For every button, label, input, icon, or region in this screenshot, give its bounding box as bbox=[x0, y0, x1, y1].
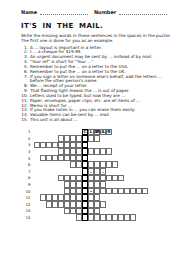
grid-row-number-8: 8 bbox=[21, 175, 34, 182]
number-label: Number bbox=[94, 9, 116, 15]
grid-cell-r2-c11[interactable] bbox=[94, 135, 100, 142]
grid-cell-r9-c12[interactable] bbox=[100, 181, 106, 188]
grid-row-number-7: 7 bbox=[21, 168, 34, 175]
grid-cell-r6-c14[interactable] bbox=[112, 161, 118, 168]
grid-row-number-6: 6 bbox=[21, 161, 34, 168]
grid-cell-r11-c11[interactable] bbox=[94, 194, 100, 201]
page-title: IT'S IN THE MAIL. bbox=[21, 22, 167, 30]
grid-cell-r14-c17[interactable] bbox=[130, 214, 136, 221]
printed-punctuation: - bbox=[90, 189, 92, 194]
clue-number: 15. bbox=[21, 118, 30, 123]
name-label: Name bbox=[21, 9, 37, 15]
clue-list: 1.A ... layout is important in a letter.… bbox=[21, 46, 173, 124]
grid-cell-r3-c9[interactable] bbox=[82, 142, 88, 149]
grid-row-number-5: 5 bbox=[21, 155, 34, 162]
name-number-row: Name Number bbox=[21, 9, 167, 15]
down-clue-number-label: 15 bbox=[91, 129, 103, 134]
example-letter: C bbox=[83, 130, 86, 134]
grid-cell-r8-c15[interactable] bbox=[118, 175, 124, 182]
grid-row-number-4: 4 bbox=[21, 148, 34, 155]
name-blank-line[interactable] bbox=[40, 9, 88, 15]
grid-row-number-9: 9 bbox=[21, 181, 34, 188]
grid-row-number-10: 10 bbox=[21, 188, 34, 195]
grid-cell-r4-c13[interactable] bbox=[106, 148, 112, 155]
grid-cell-r7-c12[interactable]: . bbox=[100, 168, 106, 175]
grid-cell-r1-c13[interactable]: R bbox=[106, 129, 112, 136]
grid-row-number-3: 3 bbox=[21, 142, 34, 149]
printed-punctuation: . bbox=[102, 169, 104, 174]
grid-row-number-12: 12 bbox=[21, 201, 34, 208]
number-blank-line[interactable] bbox=[119, 9, 167, 15]
instructions-text: Write the missing words in these sentenc… bbox=[21, 33, 171, 43]
grid-row-number-14: 14 bbox=[21, 214, 34, 221]
clue-15: 15.This unit is all about ... bbox=[21, 118, 173, 123]
grid-cell-r12-c12[interactable] bbox=[100, 201, 106, 208]
worksheet-page: Name Number IT'S IN THE MAIL. Write the … bbox=[0, 0, 180, 256]
grid-row-number-2: 2 bbox=[21, 135, 34, 142]
crossword-area: 15 1CLEAR234567..8910-11121314 bbox=[21, 129, 167, 221]
grid-cell-r13-c11[interactable] bbox=[94, 208, 100, 215]
example-letter: R bbox=[107, 130, 110, 134]
printed-punctuation: . bbox=[90, 169, 92, 174]
grid-row-number-1: 1 bbox=[21, 129, 34, 136]
crossword-grid: 1CLEAR234567..8910-11121314 bbox=[21, 129, 167, 221]
clue-text: This unit is all about ... bbox=[30, 118, 173, 123]
grid-cell-r10-c19[interactable] bbox=[142, 188, 148, 195]
grid-row-number-11: 11 bbox=[21, 194, 34, 201]
grid-cell-r5-c9[interactable] bbox=[82, 155, 88, 162]
grid-row-number-13: 13 bbox=[21, 208, 34, 215]
